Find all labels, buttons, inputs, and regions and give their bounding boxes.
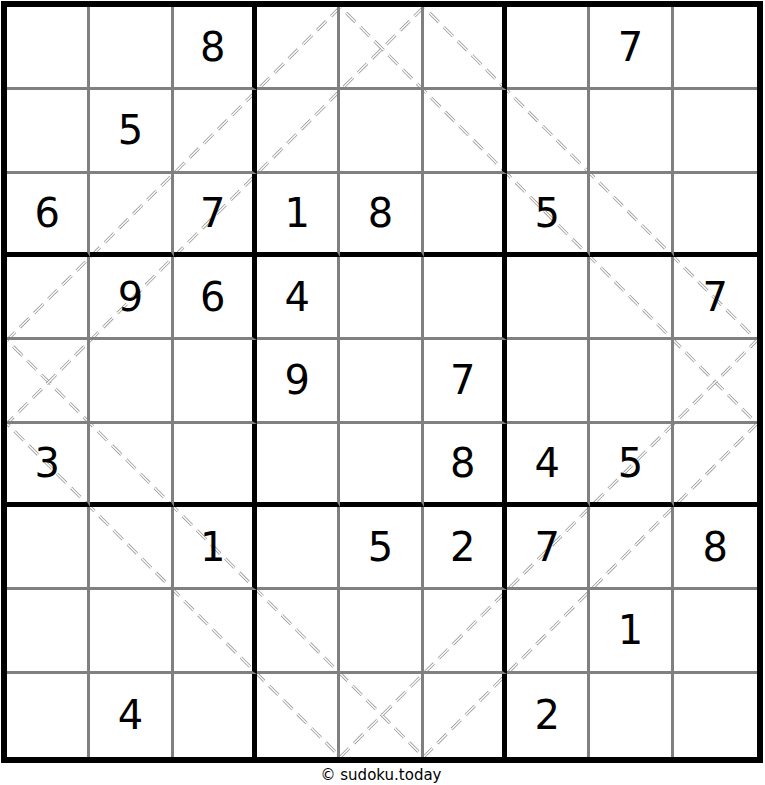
cell-r1c7[interactable]	[507, 7, 590, 90]
footer-credit: © sudoku.today	[0, 766, 762, 784]
cell-r2c8[interactable]	[590, 90, 673, 173]
cell-r3c2[interactable]	[90, 174, 173, 257]
cell-r2c9[interactable]	[674, 90, 757, 173]
cell-r3c4[interactable]: 1	[257, 174, 340, 257]
cell-r1c3[interactable]: 8	[174, 7, 257, 90]
cell-r3c3[interactable]: 7	[174, 174, 257, 257]
cell-r4c8[interactable]	[590, 257, 673, 340]
cell-r4c9[interactable]: 7	[674, 257, 757, 340]
cell-r4c2[interactable]: 9	[90, 257, 173, 340]
cell-r6c1[interactable]: 3	[7, 424, 90, 507]
cell-r9c7[interactable]: 2	[507, 674, 590, 757]
cell-r8c8[interactable]: 1	[590, 590, 673, 673]
cell-r6c9[interactable]	[674, 424, 757, 507]
cell-r3c1[interactable]: 6	[7, 174, 90, 257]
cell-r9c3[interactable]	[174, 674, 257, 757]
cell-r5c1[interactable]	[7, 340, 90, 423]
cell-r1c1[interactable]	[7, 7, 90, 90]
cell-r7c8[interactable]	[590, 507, 673, 590]
sudoku-grid: 87567185964797384515278142	[7, 7, 757, 757]
cell-r5c2[interactable]	[90, 340, 173, 423]
cell-r9c9[interactable]	[674, 674, 757, 757]
cell-r9c1[interactable]	[7, 674, 90, 757]
cell-r6c7[interactable]: 4	[507, 424, 590, 507]
cell-r3c7[interactable]: 5	[507, 174, 590, 257]
cell-r8c1[interactable]	[7, 590, 90, 673]
cell-r1c4[interactable]	[257, 7, 340, 90]
cell-r9c8[interactable]	[590, 674, 673, 757]
cell-r2c6[interactable]	[424, 90, 507, 173]
page: 87567185964797384515278142 © sudoku.toda…	[0, 0, 765, 785]
cell-r9c5[interactable]	[340, 674, 423, 757]
cell-r6c2[interactable]	[90, 424, 173, 507]
cell-r2c4[interactable]	[257, 90, 340, 173]
cell-r6c8[interactable]: 5	[590, 424, 673, 507]
cell-r3c9[interactable]	[674, 174, 757, 257]
cell-r2c2[interactable]: 5	[90, 90, 173, 173]
cell-r7c9[interactable]: 8	[674, 507, 757, 590]
cell-r5c5[interactable]	[340, 340, 423, 423]
sudoku-board: 87567185964797384515278142	[1, 1, 763, 763]
cell-r6c6[interactable]: 8	[424, 424, 507, 507]
cell-r4c7[interactable]	[507, 257, 590, 340]
cell-r9c2[interactable]: 4	[90, 674, 173, 757]
cell-r8c7[interactable]	[507, 590, 590, 673]
cell-r9c4[interactable]	[257, 674, 340, 757]
cell-r7c7[interactable]: 7	[507, 507, 590, 590]
cell-r3c5[interactable]: 8	[340, 174, 423, 257]
cell-r4c6[interactable]	[424, 257, 507, 340]
cell-r4c5[interactable]	[340, 257, 423, 340]
cell-r8c9[interactable]	[674, 590, 757, 673]
cell-r1c8[interactable]: 7	[590, 7, 673, 90]
cell-r7c5[interactable]: 5	[340, 507, 423, 590]
cell-r5c4[interactable]: 9	[257, 340, 340, 423]
cell-r6c3[interactable]	[174, 424, 257, 507]
cell-r7c3[interactable]: 1	[174, 507, 257, 590]
cell-r4c4[interactable]: 4	[257, 257, 340, 340]
cell-r5c7[interactable]	[507, 340, 590, 423]
cell-r1c5[interactable]	[340, 7, 423, 90]
cell-r7c6[interactable]: 2	[424, 507, 507, 590]
cell-r2c5[interactable]	[340, 90, 423, 173]
cell-r8c5[interactable]	[340, 590, 423, 673]
cell-r7c1[interactable]	[7, 507, 90, 590]
cell-r1c2[interactable]	[90, 7, 173, 90]
cell-r2c7[interactable]	[507, 90, 590, 173]
cell-r2c1[interactable]	[7, 90, 90, 173]
cell-r5c6[interactable]: 7	[424, 340, 507, 423]
cell-r4c1[interactable]	[7, 257, 90, 340]
cell-r3c6[interactable]	[424, 174, 507, 257]
cell-r5c9[interactable]	[674, 340, 757, 423]
cell-r5c3[interactable]	[174, 340, 257, 423]
cell-r8c3[interactable]	[174, 590, 257, 673]
cell-r8c4[interactable]	[257, 590, 340, 673]
cell-r6c4[interactable]	[257, 424, 340, 507]
cell-r7c2[interactable]	[90, 507, 173, 590]
cell-r5c8[interactable]	[590, 340, 673, 423]
cell-r6c5[interactable]	[340, 424, 423, 507]
cell-r3c8[interactable]	[590, 174, 673, 257]
cell-r7c4[interactable]	[257, 507, 340, 590]
cell-r1c9[interactable]	[674, 7, 757, 90]
cell-r8c2[interactable]	[90, 590, 173, 673]
cell-r2c3[interactable]	[174, 90, 257, 173]
cell-r1c6[interactable]	[424, 7, 507, 90]
cell-r4c3[interactable]: 6	[174, 257, 257, 340]
cell-r9c6[interactable]	[424, 674, 507, 757]
cell-r8c6[interactable]	[424, 590, 507, 673]
